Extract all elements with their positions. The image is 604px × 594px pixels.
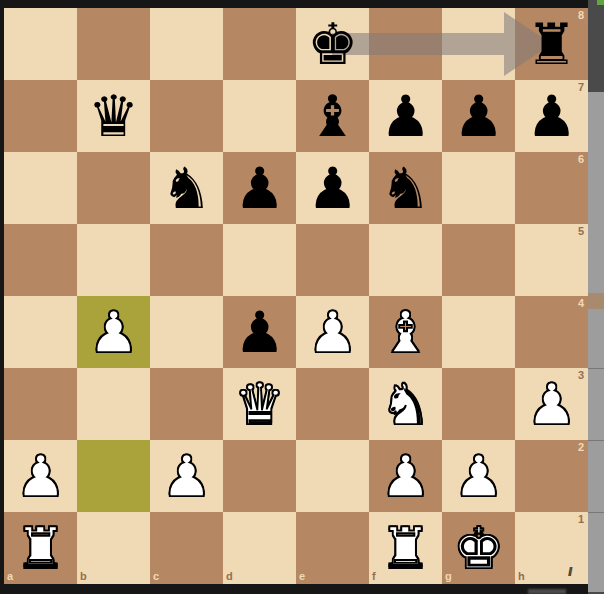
square-f5[interactable] — [369, 224, 442, 296]
rank-label-8: 8 — [578, 10, 584, 21]
square-b5[interactable] — [77, 224, 150, 296]
piece-white-knight-f3[interactable]: ♞ — [369, 368, 442, 440]
rank-label-7: 7 — [578, 82, 584, 93]
square-f1[interactable]: f♜ — [369, 512, 442, 584]
file-label-b: b — [80, 571, 87, 582]
square-a5[interactable] — [4, 224, 77, 296]
rank-label-3: 3 — [578, 370, 584, 381]
square-a6[interactable] — [4, 152, 77, 224]
square-e3[interactable] — [296, 368, 369, 440]
square-g1[interactable]: g♚ — [442, 512, 515, 584]
piece-white-pawn-g2[interactable]: ♟ — [442, 440, 515, 512]
square-g2[interactable]: ♟ — [442, 440, 515, 512]
square-b4[interactable]: ♟ — [77, 296, 150, 368]
rank-label-5: 5 — [578, 226, 584, 237]
piece-black-pawn-d4[interactable]: ♟ — [223, 296, 296, 368]
board: ♚8♜♛♝♟♟7♟♞♟♟♞65♟♟♟♝4♛♞3♟♟♟♟♟2a♜bcdef♜g♚1… — [4, 8, 588, 584]
square-a3[interactable] — [4, 368, 77, 440]
square-h8[interactable]: 8♜ — [515, 8, 588, 80]
square-e8[interactable]: ♚ — [296, 8, 369, 80]
file-label-g: g — [445, 571, 452, 582]
square-f6[interactable]: ♞ — [369, 152, 442, 224]
piece-white-king-g1[interactable]: ♚ — [442, 512, 515, 584]
square-a7[interactable] — [4, 80, 77, 152]
square-c3[interactable] — [150, 368, 223, 440]
square-c4[interactable] — [150, 296, 223, 368]
square-a1[interactable]: a♜ — [4, 512, 77, 584]
square-g5[interactable] — [442, 224, 515, 296]
square-a4[interactable] — [4, 296, 77, 368]
square-f8[interactable] — [369, 8, 442, 80]
square-c2[interactable]: ♟ — [150, 440, 223, 512]
scrollbar-marker — [588, 293, 604, 309]
square-e6[interactable]: ♟ — [296, 152, 369, 224]
square-d6[interactable]: ♟ — [223, 152, 296, 224]
square-h4[interactable]: 4 — [515, 296, 588, 368]
piece-black-knight-c6[interactable]: ♞ — [150, 152, 223, 224]
piece-white-pawn-a2[interactable]: ♟ — [4, 440, 77, 512]
piece-black-pawn-f7[interactable]: ♟ — [369, 80, 442, 152]
piece-black-pawn-g7[interactable]: ♟ — [442, 80, 515, 152]
square-h1[interactable]: 1h — [515, 512, 588, 584]
square-b8[interactable] — [77, 8, 150, 80]
rank-label-1: 1 — [578, 514, 584, 525]
piece-white-bishop-f4[interactable]: ♝ — [369, 296, 442, 368]
square-d2[interactable] — [223, 440, 296, 512]
file-label-c: c — [153, 571, 159, 582]
resize-handle-icon[interactable]: // — [568, 565, 571, 579]
piece-white-pawn-f2[interactable]: ♟ — [369, 440, 442, 512]
square-b3[interactable] — [77, 368, 150, 440]
square-c6[interactable]: ♞ — [150, 152, 223, 224]
square-e1[interactable]: e — [296, 512, 369, 584]
square-a2[interactable]: ♟ — [4, 440, 77, 512]
square-g6[interactable] — [442, 152, 515, 224]
square-c5[interactable] — [150, 224, 223, 296]
square-g8[interactable] — [442, 8, 515, 80]
piece-white-pawn-c2[interactable]: ♟ — [150, 440, 223, 512]
square-b2[interactable] — [77, 440, 150, 512]
square-b7[interactable]: ♛ — [77, 80, 150, 152]
piece-white-rook-f1[interactable]: ♜ — [369, 512, 442, 584]
square-h7[interactable]: 7♟ — [515, 80, 588, 152]
square-a8[interactable] — [4, 8, 77, 80]
piece-white-pawn-e4[interactable]: ♟ — [296, 296, 369, 368]
file-label-f: f — [372, 571, 376, 582]
piece-black-king-e8[interactable]: ♚ — [296, 8, 369, 80]
piece-black-bishop-e7[interactable]: ♝ — [296, 80, 369, 152]
piece-black-pawn-e6[interactable]: ♟ — [296, 152, 369, 224]
square-e7[interactable]: ♝ — [296, 80, 369, 152]
square-g7[interactable]: ♟ — [442, 80, 515, 152]
square-f7[interactable]: ♟ — [369, 80, 442, 152]
square-g4[interactable] — [442, 296, 515, 368]
piece-white-pawn-b4[interactable]: ♟ — [77, 296, 150, 368]
square-c1[interactable]: c — [150, 512, 223, 584]
file-label-d: d — [226, 571, 233, 582]
square-d3[interactable]: ♛ — [223, 368, 296, 440]
square-e5[interactable] — [296, 224, 369, 296]
square-f4[interactable]: ♝ — [369, 296, 442, 368]
rank-label-4: 4 — [578, 298, 584, 309]
square-h2[interactable]: 2 — [515, 440, 588, 512]
scrollbar-line — [588, 368, 604, 369]
square-e2[interactable] — [296, 440, 369, 512]
square-d7[interactable] — [223, 80, 296, 152]
square-f2[interactable]: ♟ — [369, 440, 442, 512]
square-h3[interactable]: 3♟ — [515, 368, 588, 440]
scrollbar-track[interactable] — [588, 0, 604, 594]
piece-black-queen-b7[interactable]: ♛ — [77, 80, 150, 152]
square-d4[interactable]: ♟ — [223, 296, 296, 368]
square-e4[interactable]: ♟ — [296, 296, 369, 368]
square-h5[interactable]: 5 — [515, 224, 588, 296]
cropped-content — [528, 589, 566, 594]
scrollbar-line — [588, 512, 604, 513]
square-f3[interactable]: ♞ — [369, 368, 442, 440]
chess-app-window: ♚8♜♛♝♟♟7♟♞♟♟♞65♟♟♟♝4♛♞3♟♟♟♟♟2a♜bcdef♜g♚1… — [0, 0, 604, 594]
square-h6[interactable]: 6 — [515, 152, 588, 224]
piece-white-queen-d3[interactable]: ♛ — [223, 368, 296, 440]
piece-white-rook-a1[interactable]: ♜ — [4, 512, 77, 584]
scrollbar-thumb[interactable] — [588, 92, 604, 592]
file-label-e: e — [299, 571, 305, 582]
file-label-h: h — [518, 571, 525, 582]
square-b6[interactable] — [77, 152, 150, 224]
square-c7[interactable] — [150, 80, 223, 152]
piece-black-pawn-d6[interactable]: ♟ — [223, 152, 296, 224]
corner-marker — [597, 0, 604, 5]
square-d8[interactable] — [223, 8, 296, 80]
rank-label-6: 6 — [578, 154, 584, 165]
square-d1[interactable]: d — [223, 512, 296, 584]
square-g3[interactable] — [442, 368, 515, 440]
square-d5[interactable] — [223, 224, 296, 296]
square-c8[interactable] — [150, 8, 223, 80]
file-label-a: a — [7, 571, 13, 582]
rank-label-2: 2 — [578, 442, 584, 453]
square-b1[interactable]: b — [77, 512, 150, 584]
scrollbar-line — [588, 440, 604, 441]
piece-black-knight-f6[interactable]: ♞ — [369, 152, 442, 224]
